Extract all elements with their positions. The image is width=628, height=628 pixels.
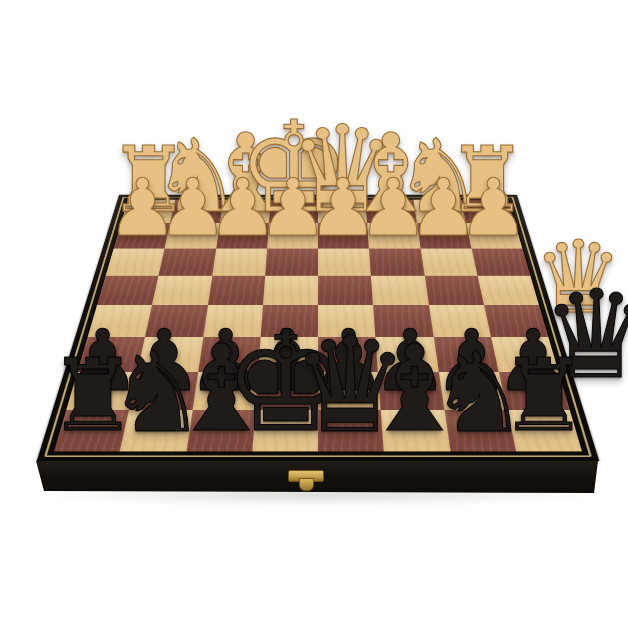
white-pawn-a2[interactable]: ♟ xyxy=(458,169,529,248)
chess-set-photo: ♜♞♝♚♛♝♞♜♟♟♟♟♟♟♟♟♟♟♟♟♟♟♟♟♜♞♝♚♛♝♞♜♛♛ xyxy=(0,0,628,628)
brass-latch-hasp xyxy=(299,478,314,491)
square-b4[interactable] xyxy=(424,276,484,305)
square-a4[interactable] xyxy=(477,276,539,305)
square-h4[interactable] xyxy=(97,276,159,305)
pieces-layer: ♜♞♝♚♛♝♞♜♟♟♟♟♟♟♟♟♟♟♟♟♟♟♟♟♜♞♝♚♛♝♞♜♛♛ xyxy=(0,0,628,628)
square-c4[interactable] xyxy=(371,276,428,305)
black-rook-a8[interactable]: ♜ xyxy=(499,346,589,446)
square-g4[interactable] xyxy=(152,276,212,305)
case-front-panel xyxy=(36,458,598,496)
